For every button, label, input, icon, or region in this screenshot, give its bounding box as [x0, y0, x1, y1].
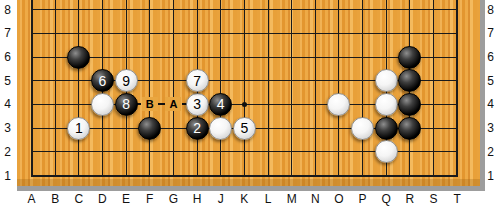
grid-line-row-7 [31, 33, 459, 34]
row-label-left-8: 8 [0, 3, 15, 17]
stone-white-E5: 9 [115, 69, 138, 92]
coord-letter-Q: Q [378, 192, 394, 206]
coord-letter-B: B [47, 192, 63, 206]
row-label-right-1: 1 [483, 169, 498, 183]
stone-white-K3: 5 [233, 117, 256, 140]
row-label-right-7: 7 [483, 26, 498, 40]
grid-line-row-6 [31, 57, 459, 58]
coord-letter-O: O [331, 192, 347, 206]
coord-letter-L: L [260, 192, 276, 206]
row-label-right-3: 3 [483, 121, 498, 135]
row-label-left-2: 2 [0, 145, 15, 159]
stone-black-R3 [398, 117, 421, 140]
stone-black-D5: 6 [91, 69, 114, 92]
stone-black-H3: 2 [186, 117, 209, 140]
coord-letter-M: M [284, 192, 300, 206]
stone-black-R6 [398, 46, 421, 69]
stone-white-J3 [209, 117, 232, 140]
row-label-right-2: 2 [483, 145, 498, 159]
stone-white-C3: 1 [67, 117, 90, 140]
coord-letter-T: T [449, 192, 465, 206]
coord-letter-G: G [165, 192, 181, 206]
stone-black-R4 [398, 93, 421, 116]
stone-black-Q3 [375, 117, 398, 140]
go-board[interactable]: BA123456789 [17, 0, 485, 191]
stone-black-J4: 4 [209, 93, 232, 116]
stone-white-P3 [351, 117, 374, 140]
stone-white-Q2 [375, 140, 398, 163]
row-label-left-4: 4 [0, 97, 15, 111]
variation-dash [158, 103, 165, 105]
stone-white-H5: 7 [186, 69, 209, 92]
stone-black-R5 [398, 69, 421, 92]
coord-letter-E: E [118, 192, 134, 206]
coord-letter-H: H [189, 192, 205, 206]
grid-line-row-8 [31, 9, 459, 10]
row-label-left-7: 7 [0, 26, 15, 40]
coord-letter-P: P [355, 192, 371, 206]
stone-black-C6 [67, 46, 90, 69]
row-label-left-1: 1 [0, 169, 15, 183]
coord-letter-K: K [236, 192, 252, 206]
coord-letter-R: R [402, 192, 418, 206]
variation-label-A[interactable]: A [165, 97, 181, 111]
coord-letter-C: C [71, 192, 87, 206]
row-label-right-6: 6 [483, 50, 498, 64]
coord-letter-J: J [213, 192, 229, 206]
row-label-right-5: 5 [483, 74, 498, 88]
stone-white-D4 [91, 93, 114, 116]
stone-white-O4 [327, 93, 350, 116]
star-point-K4 [242, 102, 247, 107]
row-label-right-8: 8 [483, 3, 498, 17]
row-label-left-5: 5 [0, 74, 15, 88]
stone-white-H4: 3 [186, 93, 209, 116]
coord-letter-A: A [24, 192, 40, 206]
row-label-left-6: 6 [0, 50, 15, 64]
stone-white-Q4 [375, 93, 398, 116]
stone-white-Q5 [375, 69, 398, 92]
coord-letter-S: S [426, 192, 442, 206]
grid-line-row-1 [31, 175, 459, 177]
variation-label-B[interactable]: B [142, 97, 158, 111]
stone-black-E4: 8 [115, 93, 138, 116]
stone-black-F3 [138, 117, 161, 140]
row-label-left-3: 3 [0, 121, 15, 135]
coord-letter-D: D [94, 192, 110, 206]
coord-letter-F: F [142, 192, 158, 206]
row-label-right-4: 4 [483, 97, 498, 111]
coord-letter-N: N [307, 192, 323, 206]
go-diagram: BA123456789 ABCDEFGHJKLMNOPQRST876543218… [0, 0, 500, 212]
